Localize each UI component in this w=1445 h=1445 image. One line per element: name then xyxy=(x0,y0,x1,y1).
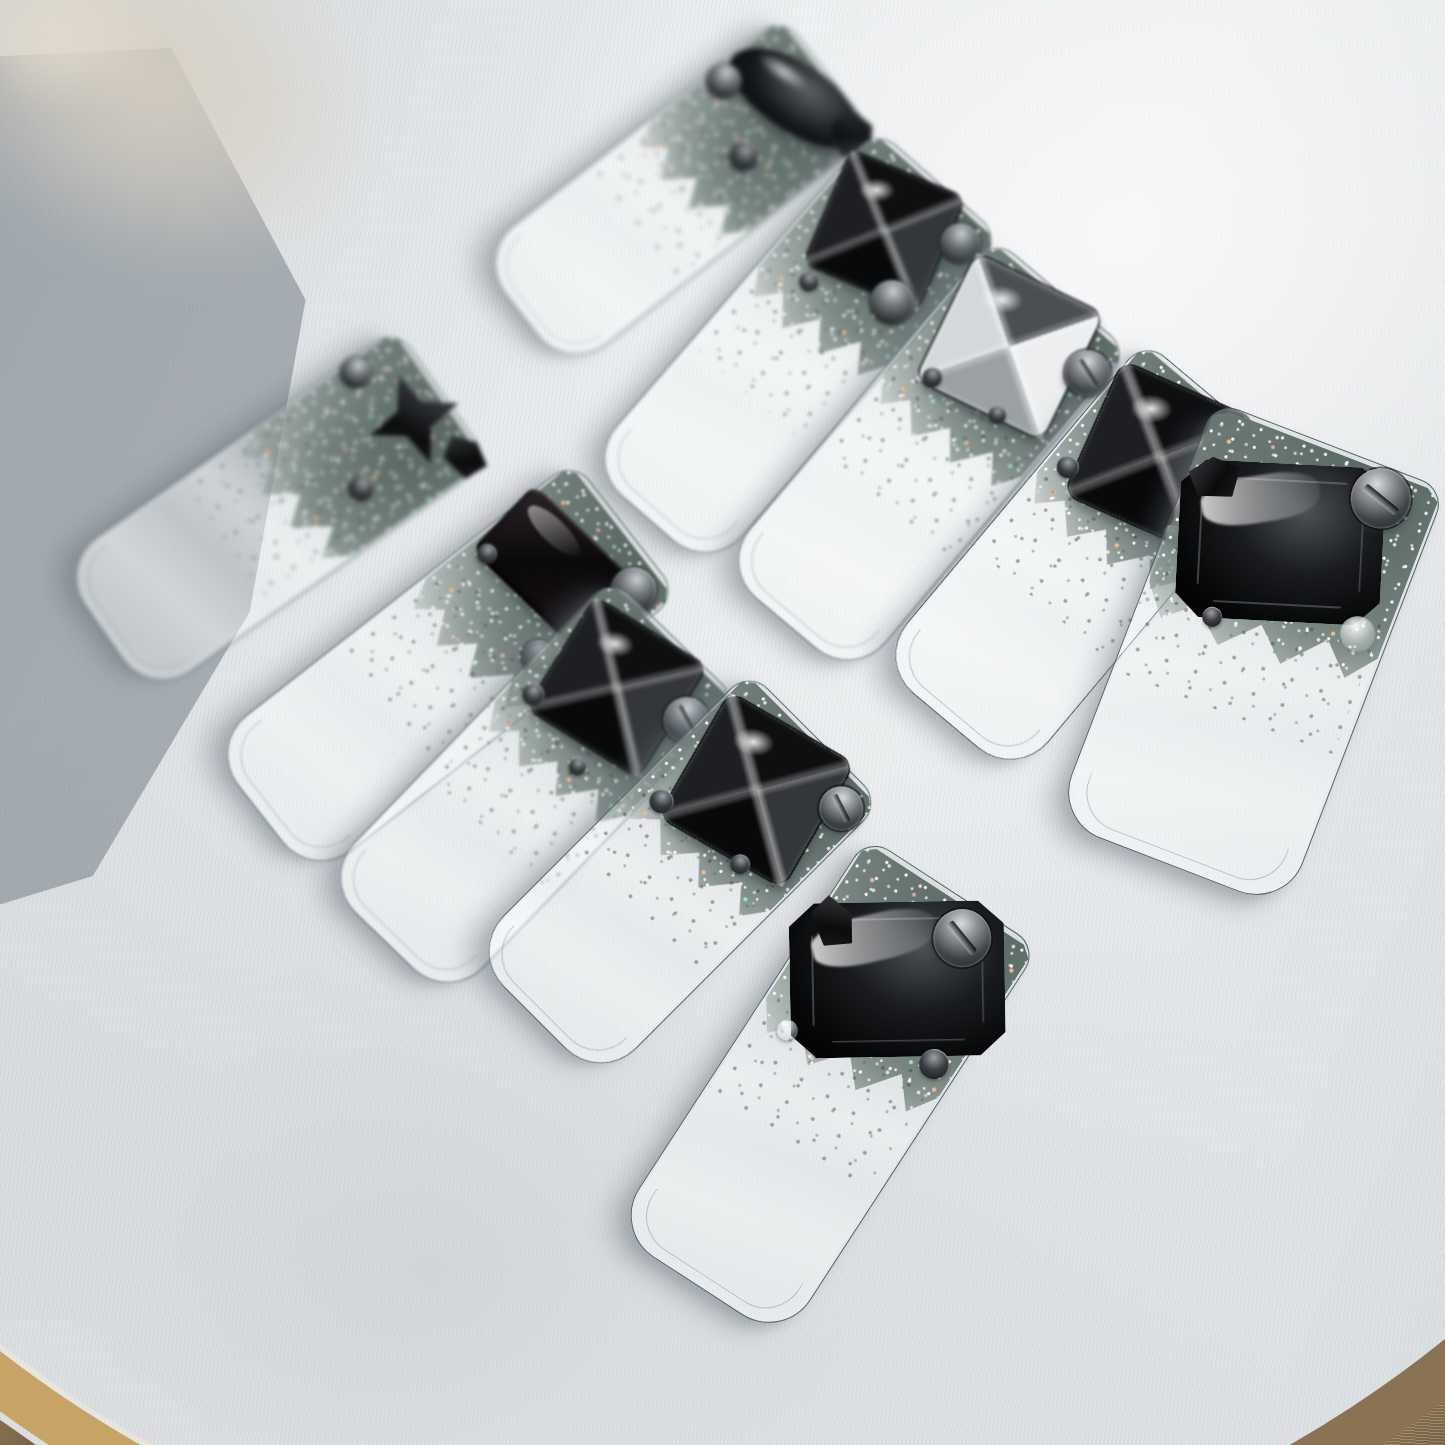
dot-charm xyxy=(912,1044,953,1085)
photo-canvas xyxy=(0,0,1445,1445)
dot-charm xyxy=(518,679,549,710)
dot-charm xyxy=(795,267,823,295)
round-stud-charm xyxy=(861,270,923,332)
clear-dot-charm xyxy=(1335,611,1382,658)
dot-charm xyxy=(1052,452,1083,483)
emerald-gem-charm xyxy=(1174,458,1387,627)
glitter-fallout-specks xyxy=(1122,539,1385,754)
dot-charm xyxy=(565,754,590,779)
emerald-gem-charm xyxy=(788,900,1006,1059)
clear-dot-charm xyxy=(771,1015,801,1045)
dot-charm xyxy=(473,539,501,567)
out-of-focus-corner-highlight xyxy=(0,0,160,110)
dot-charm xyxy=(343,469,379,505)
chunk-charm xyxy=(1182,453,1243,502)
dot-charm xyxy=(726,850,754,878)
dot-charm xyxy=(919,363,947,391)
dot-charm xyxy=(722,136,764,178)
dot-charm xyxy=(985,402,1010,427)
dot-charm xyxy=(1199,604,1225,630)
dot-charm xyxy=(644,785,678,819)
